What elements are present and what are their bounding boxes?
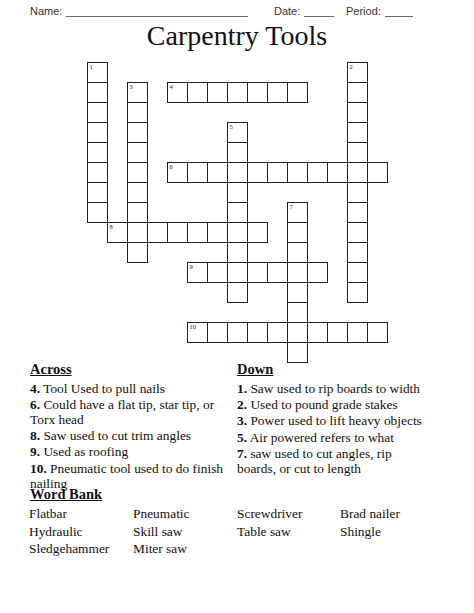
- grid-cell-r10c14[interactable]: [347, 242, 368, 263]
- grid-cell-r7c8[interactable]: [227, 182, 248, 203]
- down-clues-section: Down 1. Saw used to rip boards to width2…: [237, 362, 465, 478]
- down-heading: Down: [237, 362, 465, 377]
- grid-cell-r9c14[interactable]: [347, 222, 368, 243]
- grid-cell-r11c8[interactable]: [227, 262, 248, 283]
- grid-cell-r1c1[interactable]: 1: [87, 62, 108, 83]
- grid-cell-r6c11[interactable]: [287, 162, 308, 183]
- grid-cell-r15c11[interactable]: [287, 342, 308, 363]
- grid-cell-r14c7[interactable]: [207, 322, 228, 343]
- grid-cell-r6c12[interactable]: [307, 162, 328, 183]
- grid-cell-r6c1[interactable]: [87, 162, 108, 183]
- grid-cell-r8c3[interactable]: [127, 202, 148, 223]
- cell-number: 3: [130, 83, 133, 91]
- date-label: Date:: [274, 5, 300, 17]
- grid-cell-r10c3[interactable]: [127, 242, 148, 263]
- down-clue-list: 1. Saw used to rip boards to width2. Use…: [237, 382, 465, 477]
- grid-cell-r5c8[interactable]: [227, 142, 248, 163]
- name-blank[interactable]: [66, 6, 248, 17]
- grid-cell-r11c12[interactable]: [307, 262, 328, 283]
- grid-cell-r11c7[interactable]: [207, 262, 228, 283]
- grid-cell-r7c1[interactable]: [87, 182, 108, 203]
- grid-cell-r14c12[interactable]: [307, 322, 328, 343]
- grid-cell-r4c1[interactable]: [87, 122, 108, 143]
- grid-cell-r6c3[interactable]: [127, 162, 148, 183]
- grid-cell-r6c5[interactable]: 6: [167, 162, 188, 183]
- grid-cell-r6c6[interactable]: [187, 162, 208, 183]
- worksheet-page: Name: Date: Period: Carpentry Tools 1234…: [0, 0, 474, 613]
- grid-cell-r3c1[interactable]: [87, 102, 108, 123]
- grid-cell-r10c11[interactable]: [287, 242, 308, 263]
- date-field: Date:: [274, 5, 334, 17]
- clue-item-3: 3. Power used to lift heavy objects: [237, 414, 465, 429]
- grid-cell-r14c11[interactable]: [287, 322, 308, 343]
- across-clue-list: 4. Tool Used to pull nails6. Could have …: [30, 382, 236, 492]
- name-field: Name:: [30, 5, 248, 17]
- grid-cell-r8c1[interactable]: [87, 202, 108, 223]
- across-clues-section: Across 4. Tool Used to pull nails6. Coul…: [30, 362, 236, 493]
- cell-number: 9: [190, 263, 193, 271]
- grid-cell-r11c9[interactable]: [247, 262, 268, 283]
- clue-item-5: 5. Air powered refers to what: [237, 431, 465, 446]
- word-bank-item: Flatbar: [29, 505, 133, 523]
- grid-cell-r9c9[interactable]: [247, 222, 268, 243]
- period-label: Period:: [346, 5, 381, 17]
- grid-cell-r12c14[interactable]: [347, 282, 368, 303]
- grid-cell-r6c10[interactable]: [267, 162, 288, 183]
- grid-cell-r6c8[interactable]: [227, 162, 248, 183]
- grid-cell-r2c6[interactable]: [187, 82, 208, 103]
- clue-item-2: 2. Used to pound grade stakes: [237, 398, 465, 413]
- grid-cell-r9c11[interactable]: [287, 222, 308, 243]
- grid-cell-r14c13[interactable]: [327, 322, 348, 343]
- grid-cell-r2c7[interactable]: [207, 82, 228, 103]
- grid-cell-r8c11[interactable]: 7: [287, 202, 308, 223]
- word-bank-item: Screwdriver: [237, 505, 340, 523]
- grid-cell-r4c14[interactable]: [347, 122, 368, 143]
- clue-item-9: 9. Used as roofing: [30, 445, 236, 460]
- period-blank[interactable]: [385, 6, 413, 17]
- grid-cell-r11c11[interactable]: [287, 262, 308, 283]
- grid-cell-r4c3[interactable]: [127, 122, 148, 143]
- date-blank[interactable]: [304, 6, 334, 17]
- cell-number: 4: [170, 83, 173, 91]
- grid-cell-r14c6[interactable]: 10: [187, 322, 208, 343]
- grid-cell-r9c7[interactable]: [207, 222, 228, 243]
- grid-cell-r6c15[interactable]: [367, 162, 388, 183]
- grid-cell-r12c8[interactable]: [227, 282, 248, 303]
- clue-item-4: 4. Tool Used to pull nails: [30, 382, 236, 397]
- clue-item-6: 6. Could have a flat tip, star tip, or T…: [30, 398, 236, 428]
- grid-cell-r2c8[interactable]: [227, 82, 248, 103]
- name-label: Name:: [30, 5, 62, 17]
- cell-number: 5: [230, 123, 233, 131]
- word-bank-list: FlatbarPneumaticScrewdriverBrad nailerHy…: [29, 505, 460, 558]
- grid-cell-r6c14[interactable]: [347, 162, 368, 183]
- grid-cell-r7c14[interactable]: [347, 182, 368, 203]
- grid-cell-r12c11[interactable]: [287, 282, 308, 303]
- grid-cell-r8c14[interactable]: [347, 202, 368, 223]
- grid-cell-r8c8[interactable]: [227, 202, 248, 223]
- grid-cell-r2c3[interactable]: 3: [127, 82, 148, 103]
- across-heading: Across: [30, 362, 236, 377]
- word-bank-item: Table saw: [237, 523, 340, 541]
- grid-cell-r9c4[interactable]: [147, 222, 168, 243]
- cell-number: 7: [290, 203, 293, 211]
- cell-number: 2: [350, 63, 353, 71]
- grid-cell-r7c3[interactable]: [127, 182, 148, 203]
- grid-cell-r9c6[interactable]: [187, 222, 208, 243]
- period-field: Period:: [346, 5, 413, 17]
- grid-cell-r6c13[interactable]: [327, 162, 348, 183]
- grid-cell-r13c11[interactable]: [287, 302, 308, 323]
- clue-item-1: 1. Saw used to rip boards to width: [237, 382, 465, 397]
- grid-cell-r14c14[interactable]: [347, 322, 368, 343]
- word-bank-item: Skill saw: [133, 523, 237, 541]
- word-bank-item: Pneumatic: [133, 505, 237, 523]
- word-bank-item: Shingle: [340, 523, 460, 541]
- grid-cell-r2c10[interactable]: [267, 82, 288, 103]
- cell-number: 10: [190, 323, 197, 331]
- grid-cell-r5c3[interactable]: [127, 142, 148, 163]
- grid-cell-r14c9[interactable]: [247, 322, 268, 343]
- grid-cell-r2c1[interactable]: [87, 82, 108, 103]
- grid-cell-r5c1[interactable]: [87, 142, 108, 163]
- clue-item-8: 8. Saw used to cut trim angles: [30, 429, 236, 444]
- grid-cell-r11c10[interactable]: [267, 262, 288, 283]
- grid-cell-r6c9[interactable]: [247, 162, 268, 183]
- grid-cell-r2c11[interactable]: [287, 82, 308, 103]
- grid-cell-r1c14[interactable]: 2: [347, 62, 368, 83]
- grid-cell-r11c6[interactable]: 9: [187, 262, 208, 283]
- grid-cell-r3c3[interactable]: [127, 102, 148, 123]
- word-bank-heading: Word Bank: [30, 486, 102, 503]
- grid-cell-r2c9[interactable]: [247, 82, 268, 103]
- grid-cell-r14c15[interactable]: [367, 322, 388, 343]
- cell-number: 1: [90, 63, 93, 71]
- grid-cell-r11c14[interactable]: [347, 262, 368, 283]
- word-bank-item: Brad nailer: [340, 505, 460, 523]
- grid-cell-r9c5[interactable]: [167, 222, 188, 243]
- grid-cell-r10c8[interactable]: [227, 242, 248, 263]
- grid-cell-r2c14[interactable]: [347, 82, 368, 103]
- page-title: Carpentry Tools: [0, 20, 474, 52]
- clue-item-7: 7. saw used to cut angles, rip boards, o…: [237, 447, 465, 477]
- grid-cell-r6c7[interactable]: [207, 162, 228, 183]
- word-bank-item: Miter saw: [133, 540, 237, 558]
- grid-cell-r2c5[interactable]: 4: [167, 82, 188, 103]
- grid-cell-r4c8[interactable]: 5: [227, 122, 248, 143]
- grid-cell-r9c3[interactable]: [127, 222, 148, 243]
- word-bank-item: Hydraulic: [29, 523, 133, 541]
- cell-number: 8: [110, 223, 113, 231]
- grid-cell-r5c14[interactable]: [347, 142, 368, 163]
- grid-cell-r9c8[interactable]: [227, 222, 248, 243]
- grid-cell-r14c8[interactable]: [227, 322, 248, 343]
- grid-cell-r3c14[interactable]: [347, 102, 368, 123]
- word-bank-item: Sledgehammer: [29, 540, 133, 558]
- grid-cell-r9c2[interactable]: 8: [107, 222, 128, 243]
- cell-number: 6: [170, 163, 173, 171]
- grid-cell-r14c10[interactable]: [267, 322, 288, 343]
- crossword-grid: 12345678910: [87, 62, 389, 364]
